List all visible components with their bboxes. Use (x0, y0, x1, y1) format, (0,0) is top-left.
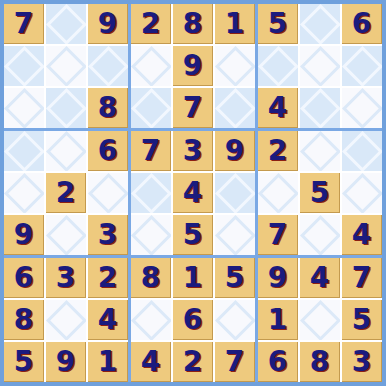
diamond-icon (258, 173, 298, 213)
cell-r1c1: 7 (4, 4, 44, 44)
given-digit: 9 (183, 52, 202, 80)
box-2-1: 6293 (4, 131, 128, 255)
diamond-icon (131, 215, 171, 255)
given-digit: 5 (268, 10, 287, 38)
cell-r8c3: 4 (88, 300, 128, 340)
cell-r2c9[interactable] (342, 46, 382, 86)
cell-r8c5: 6 (173, 300, 213, 340)
cell-r3c9[interactable] (342, 88, 382, 128)
cell-r5c5: 4 (173, 173, 213, 213)
diamond-icon (300, 300, 340, 340)
box-2-2: 73945 (131, 131, 255, 255)
given-digit: 7 (14, 10, 33, 38)
diamond-icon (215, 88, 255, 128)
diamond-icon (215, 300, 255, 340)
cell-r4c3: 6 (88, 131, 128, 171)
cell-r4c7: 2 (258, 131, 298, 171)
cell-r1c3: 9 (88, 4, 128, 44)
cell-r7c2: 3 (46, 258, 86, 298)
given-digit: 5 (14, 348, 33, 376)
given-digit: 4 (310, 264, 329, 292)
cell-r2c7[interactable] (258, 46, 298, 86)
cell-r5c2: 2 (46, 173, 86, 213)
given-digit: 5 (225, 264, 244, 292)
box-3-3: 94715683 (258, 258, 382, 382)
box-2-3: 2574 (258, 131, 382, 255)
given-digit: 9 (98, 10, 117, 38)
cell-r4c6: 9 (215, 131, 255, 171)
cell-r7c7: 9 (258, 258, 298, 298)
diamond-icon (131, 173, 171, 213)
cell-r4c2[interactable] (46, 131, 86, 171)
cell-r3c8[interactable] (300, 88, 340, 128)
given-digit: 6 (98, 137, 117, 165)
diamond-icon (300, 131, 340, 171)
given-digit: 7 (268, 221, 287, 249)
diamond-icon (88, 46, 128, 86)
cell-r4c5: 3 (173, 131, 213, 171)
given-digit: 6 (183, 306, 202, 334)
given-digit: 5 (310, 179, 329, 207)
given-digit: 8 (310, 348, 329, 376)
cell-r7c1: 6 (4, 258, 44, 298)
cell-r9c4: 4 (131, 342, 171, 382)
cell-r2c8[interactable] (300, 46, 340, 86)
given-digit: 4 (268, 94, 287, 122)
given-digit: 2 (98, 264, 117, 292)
diamond-icon (46, 4, 86, 44)
cell-r9c9: 3 (342, 342, 382, 382)
diamond-icon (46, 300, 86, 340)
cell-r6c6[interactable] (215, 215, 255, 255)
cell-r4c1[interactable] (4, 131, 44, 171)
cell-r4c9[interactable] (342, 131, 382, 171)
given-digit: 3 (98, 221, 117, 249)
given-digit: 5 (352, 306, 371, 334)
cell-r9c3: 1 (88, 342, 128, 382)
given-digit: 7 (141, 137, 160, 165)
cell-r5c8: 5 (300, 173, 340, 213)
given-digit: 2 (56, 179, 75, 207)
given-digit: 3 (183, 137, 202, 165)
cell-r2c5: 9 (173, 46, 213, 86)
cell-r9c8: 8 (300, 342, 340, 382)
diamond-icon (300, 215, 340, 255)
given-digit: 1 (98, 348, 117, 376)
cell-r8c8[interactable] (300, 300, 340, 340)
cell-r8c4[interactable] (131, 300, 171, 340)
cell-r8c2[interactable] (46, 300, 86, 340)
given-digit: 6 (14, 264, 33, 292)
cell-r7c5: 1 (173, 258, 213, 298)
cell-r1c5: 8 (173, 4, 213, 44)
cell-r6c9: 4 (342, 215, 382, 255)
cell-r5c9[interactable] (342, 173, 382, 213)
given-digit: 2 (268, 137, 287, 165)
given-digit: 7 (183, 94, 202, 122)
cell-r8c7: 1 (258, 300, 298, 340)
cell-r6c4[interactable] (131, 215, 171, 255)
cell-r3c3: 8 (88, 88, 128, 128)
cell-r9c6: 7 (215, 342, 255, 382)
cell-r3c5: 7 (173, 88, 213, 128)
diamond-icon (131, 46, 171, 86)
cell-r8c6[interactable] (215, 300, 255, 340)
cell-r5c6[interactable] (215, 173, 255, 213)
given-digit: 8 (98, 94, 117, 122)
diamond-icon (215, 215, 255, 255)
cell-r2c3[interactable] (88, 46, 128, 86)
diamond-icon (46, 131, 86, 171)
box-1-1: 798 (4, 4, 128, 128)
given-digit: 8 (141, 264, 160, 292)
diamond-icon (46, 88, 86, 128)
diamond-icon (342, 131, 382, 171)
given-digit: 1 (225, 10, 244, 38)
cell-r1c4: 2 (131, 4, 171, 44)
given-digit: 3 (56, 264, 75, 292)
cell-r9c1: 5 (4, 342, 44, 382)
diamond-icon (300, 46, 340, 86)
diamond-icon (342, 46, 382, 86)
cell-r3c2[interactable] (46, 88, 86, 128)
cell-r9c7: 6 (258, 342, 298, 382)
diamond-icon (4, 88, 44, 128)
cell-r4c8[interactable] (300, 131, 340, 171)
given-digit: 1 (268, 306, 287, 334)
box-3-2: 8156427 (131, 258, 255, 382)
cell-r7c6: 5 (215, 258, 255, 298)
diamond-icon (131, 300, 171, 340)
cell-r1c6: 1 (215, 4, 255, 44)
cell-r1c8[interactable] (300, 4, 340, 44)
cell-r7c9: 7 (342, 258, 382, 298)
diamond-icon (215, 46, 255, 86)
diamond-icon (342, 88, 382, 128)
cell-r9c2: 9 (46, 342, 86, 382)
cell-r8c1: 8 (4, 300, 44, 340)
diamond-icon (342, 173, 382, 213)
cell-r5c7[interactable] (258, 173, 298, 213)
given-digit: 3 (352, 348, 371, 376)
cell-r2c6[interactable] (215, 46, 255, 86)
cell-r6c5: 5 (173, 215, 213, 255)
cell-r1c9: 6 (342, 4, 382, 44)
cell-r1c7: 5 (258, 4, 298, 44)
cell-r3c7: 4 (258, 88, 298, 128)
given-digit: 9 (268, 264, 287, 292)
box-3-1: 63284591 (4, 258, 128, 382)
cell-r7c3: 2 (88, 258, 128, 298)
cell-r6c1: 9 (4, 215, 44, 255)
cell-r5c1[interactable] (4, 173, 44, 213)
given-digit: 4 (183, 179, 202, 207)
cell-r2c1[interactable] (4, 46, 44, 86)
given-digit: 5 (183, 221, 202, 249)
diamond-icon (46, 46, 86, 86)
diamond-icon (258, 46, 298, 86)
cell-r1c2[interactable] (46, 4, 86, 44)
diamond-icon (131, 88, 171, 128)
given-digit: 9 (225, 137, 244, 165)
cell-r5c3[interactable] (88, 173, 128, 213)
diamond-icon (4, 46, 44, 86)
diamond-icon (4, 131, 44, 171)
cell-r6c2[interactable] (46, 215, 86, 255)
cell-r7c8: 4 (300, 258, 340, 298)
cell-r9c5: 2 (173, 342, 213, 382)
cell-r6c3: 3 (88, 215, 128, 255)
given-digit: 9 (56, 348, 75, 376)
given-digit: 6 (352, 10, 371, 38)
given-digit: 2 (183, 348, 202, 376)
given-digit: 4 (98, 306, 117, 334)
cell-r8c9: 5 (342, 300, 382, 340)
cell-r3c6[interactable] (215, 88, 255, 128)
cell-r5c4[interactable] (131, 173, 171, 213)
given-digit: 9 (14, 221, 33, 249)
given-digit: 6 (268, 348, 287, 376)
cell-r2c2[interactable] (46, 46, 86, 86)
given-digit: 4 (141, 348, 160, 376)
diamond-icon (300, 88, 340, 128)
box-1-2: 28197 (131, 4, 255, 128)
diamond-icon (215, 173, 255, 213)
given-digit: 1 (183, 264, 202, 292)
cell-r6c7: 7 (258, 215, 298, 255)
diamond-icon (4, 173, 44, 213)
cell-r3c1[interactable] (4, 88, 44, 128)
sudoku-board: 7982819756462937394525746328459181564279… (0, 0, 386, 386)
given-digit: 8 (183, 10, 202, 38)
cell-r3c4[interactable] (131, 88, 171, 128)
cell-r6c8[interactable] (300, 215, 340, 255)
given-digit: 8 (14, 306, 33, 334)
given-digit: 7 (225, 348, 244, 376)
given-digit: 7 (352, 264, 371, 292)
diamond-icon (300, 4, 340, 44)
box-1-3: 564 (258, 4, 382, 128)
diamond-icon (46, 215, 86, 255)
cell-r7c4: 8 (131, 258, 171, 298)
diamond-icon (88, 173, 128, 213)
cell-r4c4: 7 (131, 131, 171, 171)
given-digit: 4 (352, 221, 371, 249)
cell-r2c4[interactable] (131, 46, 171, 86)
given-digit: 2 (141, 10, 160, 38)
